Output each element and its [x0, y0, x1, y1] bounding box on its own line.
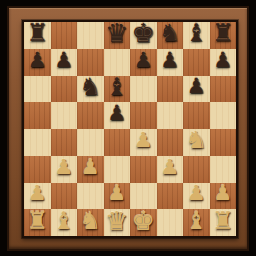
- square-a4[interactable]: [24, 129, 51, 156]
- piece-white-pawn-b3[interactable]: ♟: [54, 157, 73, 178]
- square-c8[interactable]: [77, 22, 104, 49]
- square-e7[interactable]: ♟: [130, 49, 157, 76]
- square-d5[interactable]: ♟: [104, 102, 131, 129]
- square-f3[interactable]: ♟: [157, 156, 184, 183]
- square-d7[interactable]: [104, 49, 131, 76]
- square-a2[interactable]: ♟: [24, 183, 51, 210]
- square-b4[interactable]: [51, 129, 78, 156]
- square-h5[interactable]: [210, 102, 237, 129]
- square-e3[interactable]: [130, 156, 157, 183]
- square-f5[interactable]: [157, 102, 184, 129]
- square-c7[interactable]: [77, 49, 104, 76]
- square-a6[interactable]: [24, 76, 51, 103]
- piece-white-pawn-h2[interactable]: ♟: [213, 183, 232, 204]
- square-b5[interactable]: [51, 102, 78, 129]
- piece-black-pawn-g6[interactable]: ♟: [187, 76, 206, 97]
- square-e5[interactable]: [130, 102, 157, 129]
- square-g8[interactable]: ♝: [183, 22, 210, 49]
- square-d3[interactable]: [104, 156, 131, 183]
- square-g4[interactable]: ♞: [183, 129, 210, 156]
- square-b3[interactable]: ♟: [51, 156, 78, 183]
- piece-black-rook-a8[interactable]: ♜: [26, 21, 48, 45]
- square-b2[interactable]: [51, 183, 78, 210]
- square-h8[interactable]: ♜: [210, 22, 237, 49]
- square-g2[interactable]: ♟: [183, 183, 210, 210]
- square-h7[interactable]: ♟: [210, 49, 237, 76]
- square-f4[interactable]: [157, 129, 184, 156]
- square-f8[interactable]: ♞: [157, 22, 184, 49]
- piece-white-rook-a1[interactable]: ♜: [26, 209, 48, 233]
- piece-white-knight-g4[interactable]: ♞: [185, 128, 207, 152]
- piece-white-pawn-d2[interactable]: ♟: [107, 183, 126, 204]
- square-e8[interactable]: ♚: [130, 22, 157, 49]
- piece-white-pawn-e4[interactable]: ♟: [134, 130, 153, 151]
- piece-black-bishop-d6[interactable]: ♝: [106, 75, 128, 99]
- piece-white-rook-h1[interactable]: ♜: [212, 209, 234, 233]
- square-a7[interactable]: ♟: [24, 49, 51, 76]
- square-d8[interactable]: ♛: [104, 22, 131, 49]
- square-h2[interactable]: ♟: [210, 183, 237, 210]
- square-e4[interactable]: ♟: [130, 129, 157, 156]
- app-background: ♜♛♚♞♝♜♟♟♟♟♟♞♝♟♟♟♞♟♟♟♟♟♟♟♜♝♞♛♚♝♜: [0, 0, 256, 256]
- square-h4[interactable]: [210, 129, 237, 156]
- piece-black-pawn-f7[interactable]: ♟: [160, 50, 179, 71]
- square-d1[interactable]: ♛: [104, 209, 131, 236]
- square-f7[interactable]: ♟: [157, 49, 184, 76]
- piece-black-queen-d8[interactable]: ♛: [105, 20, 128, 46]
- piece-black-pawn-e7[interactable]: ♟: [134, 50, 153, 71]
- square-c2[interactable]: [77, 183, 104, 210]
- square-b6[interactable]: [51, 76, 78, 103]
- square-b8[interactable]: [51, 22, 78, 49]
- piece-white-pawn-g2[interactable]: ♟: [187, 183, 206, 204]
- square-f1[interactable]: [157, 209, 184, 236]
- piece-black-knight-f8[interactable]: ♞: [159, 21, 181, 45]
- square-a3[interactable]: [24, 156, 51, 183]
- square-c4[interactable]: [77, 129, 104, 156]
- piece-white-bishop-g1[interactable]: ♝: [185, 209, 207, 233]
- square-d4[interactable]: [104, 129, 131, 156]
- square-a5[interactable]: [24, 102, 51, 129]
- square-a8[interactable]: ♜: [24, 22, 51, 49]
- piece-black-pawn-b7[interactable]: ♟: [54, 50, 73, 71]
- square-b1[interactable]: ♝: [51, 209, 78, 236]
- piece-white-pawn-c3[interactable]: ♟: [81, 157, 100, 178]
- piece-white-knight-c1[interactable]: ♞: [79, 209, 101, 233]
- piece-black-pawn-a7[interactable]: ♟: [28, 50, 47, 71]
- square-f6[interactable]: [157, 76, 184, 103]
- piece-white-queen-d1[interactable]: ♛: [105, 208, 128, 234]
- square-g6[interactable]: ♟: [183, 76, 210, 103]
- square-g1[interactable]: ♝: [183, 209, 210, 236]
- square-g3[interactable]: [183, 156, 210, 183]
- piece-white-bishop-b1[interactable]: ♝: [53, 209, 75, 233]
- piece-white-king-e1[interactable]: ♚: [132, 208, 155, 234]
- square-c3[interactable]: ♟: [77, 156, 104, 183]
- square-b7[interactable]: ♟: [51, 49, 78, 76]
- square-f2[interactable]: [157, 183, 184, 210]
- square-a1[interactable]: ♜: [24, 209, 51, 236]
- square-c1[interactable]: ♞: [77, 209, 104, 236]
- piece-white-pawn-a2[interactable]: ♟: [28, 183, 47, 204]
- chess-board: ♜♛♚♞♝♜♟♟♟♟♟♞♝♟♟♟♞♟♟♟♟♟♟♟♜♝♞♛♚♝♜: [22, 20, 238, 238]
- piece-white-pawn-f3[interactable]: ♟: [160, 157, 179, 178]
- square-h6[interactable]: [210, 76, 237, 103]
- piece-black-pawn-h7[interactable]: ♟: [213, 50, 232, 71]
- piece-black-rook-h8[interactable]: ♜: [212, 21, 234, 45]
- square-d6[interactable]: ♝: [104, 76, 131, 103]
- square-h1[interactable]: ♜: [210, 209, 237, 236]
- square-e1[interactable]: ♚: [130, 209, 157, 236]
- square-e6[interactable]: [130, 76, 157, 103]
- piece-black-knight-c6[interactable]: ♞: [79, 75, 101, 99]
- piece-black-bishop-g8[interactable]: ♝: [185, 21, 207, 45]
- piece-black-king-e8[interactable]: ♚: [132, 20, 155, 46]
- square-h3[interactable]: [210, 156, 237, 183]
- piece-black-pawn-d5[interactable]: ♟: [107, 103, 126, 124]
- square-g7[interactable]: [183, 49, 210, 76]
- square-c6[interactable]: ♞: [77, 76, 104, 103]
- square-c5[interactable]: [77, 102, 104, 129]
- square-g5[interactable]: [183, 102, 210, 129]
